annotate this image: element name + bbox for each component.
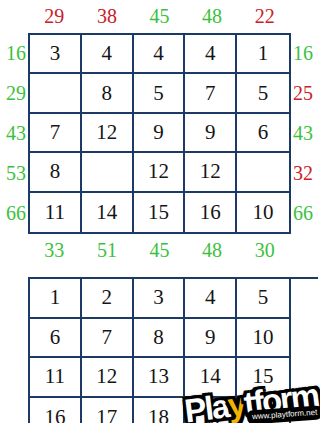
col-target-bottom-2: 51 [81,236,134,264]
row-sums-right: 16 25 43 32 66 [293,33,320,234]
cell-r2c5[interactable]: 5 [237,74,289,113]
row-target-left-2: 29 [0,73,26,113]
col-target-bottom-5: 30 [238,236,291,264]
row-target-left-3: 43 [0,113,26,153]
cell-r2c3[interactable]: 5 [134,74,186,113]
row-target-left-4: 53 [0,154,26,194]
cell-r5c5[interactable]: 10 [237,193,289,232]
cell-r3c4[interactable]: 9 [185,114,237,153]
palette-cell-5[interactable]: 5 [237,279,289,319]
cell-r2c4[interactable]: 7 [185,74,237,113]
cell-r4c3[interactable]: 12 [134,153,186,192]
col-sum-top-4: 48 [186,2,239,30]
cell-r3c1[interactable]: 7 [30,114,82,153]
cell-r4c4[interactable]: 12 [185,153,237,192]
palette-cell-1[interactable]: 1 [30,279,82,319]
col-sum-top-3: 45 [133,2,186,30]
cell-r5c1[interactable]: 11 [30,193,82,232]
col-sum-top-5: 22 [238,2,291,30]
cell-r1c1[interactable]: 3 [30,35,82,74]
palette-cell-11[interactable]: 11 [30,358,82,398]
palette-cell-12[interactable]: 12 [82,358,134,398]
col-sum-top-1: 29 [28,2,81,30]
col-target-bottom-1: 33 [28,236,81,264]
palette-cell-6[interactable]: 6 [30,319,82,359]
cell-r1c2[interactable]: 4 [82,35,134,74]
cell-r2c1-empty[interactable] [30,74,82,113]
playtform-watermark: Playtform www.playtform.net [144,364,320,423]
cell-r4c5-empty[interactable] [237,153,289,192]
col-target-bottom-3: 45 [133,236,186,264]
cell-r2c2[interactable]: 8 [82,74,134,113]
palette-cell-9[interactable]: 9 [185,319,237,359]
cell-r1c3[interactable]: 4 [134,35,186,74]
palette-cell-10[interactable]: 10 [237,319,289,359]
cell-r5c2[interactable]: 14 [82,193,134,232]
row-sum-right-2: 25 [293,73,320,113]
cell-r1c4[interactable]: 4 [185,35,237,74]
col-sum-top-2: 38 [81,2,134,30]
cell-r5c4[interactable]: 16 [185,193,237,232]
row-sum-right-1: 16 [293,33,320,73]
row-sum-right-3: 43 [293,113,320,153]
cell-r4c2-empty[interactable] [82,153,134,192]
row-target-left-5: 66 [0,194,26,234]
row-targets-left: 16 29 43 53 66 [0,33,26,234]
row-sum-right-5: 66 [293,194,320,234]
cell-r3c2[interactable]: 12 [82,114,134,153]
row-sum-right-4: 32 [293,154,320,194]
palette-cell-4[interactable]: 4 [185,279,237,319]
puzzle-board: 3 4 4 4 1 8 5 7 5 7 12 9 9 6 8 12 12 11 … [28,33,291,234]
cell-r4c1[interactable]: 8 [30,153,82,192]
cell-r1c5[interactable]: 1 [237,35,289,74]
logo-part-pla: Pla [182,387,230,423]
column-targets-bottom: 33 51 45 48 30 [28,236,291,264]
palette-cell-7[interactable]: 7 [82,319,134,359]
palette-cell-16[interactable]: 16 [30,398,82,423]
cell-r3c5[interactable]: 6 [237,114,289,153]
col-target-bottom-4: 48 [186,236,239,264]
column-sums-top: 29 38 45 48 22 [28,2,291,30]
row-target-left-1: 16 [0,33,26,73]
palette-cell-17[interactable]: 17 [82,398,134,423]
palette-cell-8[interactable]: 8 [134,319,186,359]
cell-r5c3[interactable]: 15 [134,193,186,232]
palette-cell-3[interactable]: 3 [134,279,186,319]
cell-r3c3[interactable]: 9 [134,114,186,153]
palette-cell-2[interactable]: 2 [82,279,134,319]
grid-line-overshoot [291,277,318,279]
